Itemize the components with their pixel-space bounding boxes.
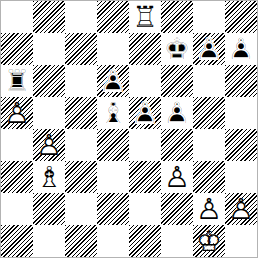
bishop-fill-glyph: ♝ [97, 97, 129, 129]
black-pawn-piece-d6: ♟♙ [97, 65, 129, 97]
square-h1[interactable] [225, 225, 257, 257]
square-d4[interactable] [97, 129, 129, 161]
pawn-fill-glyph: ♟ [1, 97, 33, 129]
square-g4[interactable] [193, 129, 225, 161]
king-outline-glyph: ♔ [193, 225, 225, 257]
square-g3[interactable] [193, 161, 225, 193]
pawn-fill-glyph: ♟ [193, 33, 225, 65]
square-c7[interactable] [65, 33, 97, 65]
square-d2[interactable] [97, 193, 129, 225]
square-e2[interactable] [129, 193, 161, 225]
square-d6[interactable]: ♟♙ [97, 65, 129, 97]
square-b1[interactable] [33, 225, 65, 257]
square-g6[interactable] [193, 65, 225, 97]
square-b6[interactable] [33, 65, 65, 97]
pawn-fill-glyph: ♟ [129, 97, 161, 129]
rook-fill-glyph: ♜ [1, 65, 33, 97]
rook-outline-glyph: ♖ [129, 1, 161, 33]
square-b7[interactable] [33, 33, 65, 65]
square-b2[interactable] [33, 193, 65, 225]
white-pawn-piece-b4: ♟♙ [33, 129, 65, 161]
square-a5[interactable]: ♟♙ [1, 97, 33, 129]
square-h7[interactable]: ♟♙ [225, 33, 257, 65]
square-c2[interactable] [65, 193, 97, 225]
square-g8[interactable] [193, 1, 225, 33]
pawn-outline-glyph: ♙ [129, 97, 161, 129]
square-h6[interactable] [225, 65, 257, 97]
pawn-fill-glyph: ♟ [193, 193, 225, 225]
square-f3[interactable]: ♟♙ [161, 161, 193, 193]
black-pawn-piece-f5: ♟♙ [161, 97, 193, 129]
black-rook-piece-a6: ♜♖ [1, 65, 33, 97]
white-king-piece-g1: ♚♔ [193, 225, 225, 257]
bishop-fill-glyph: ♝ [33, 161, 65, 193]
pawn-outline-glyph: ♙ [193, 33, 225, 65]
bishop-outline-glyph: ♗ [97, 97, 129, 129]
square-e6[interactable] [129, 65, 161, 97]
pawn-fill-glyph: ♟ [161, 97, 193, 129]
square-h4[interactable] [225, 129, 257, 161]
pawn-fill-glyph: ♟ [33, 129, 65, 161]
king-outline-glyph: ♔ [161, 33, 193, 65]
white-pawn-piece-f3: ♟♙ [161, 161, 193, 193]
square-c1[interactable] [65, 225, 97, 257]
bishop-outline-glyph: ♗ [33, 161, 65, 193]
square-f5[interactable]: ♟♙ [161, 97, 193, 129]
square-c5[interactable] [65, 97, 97, 129]
pawn-outline-glyph: ♙ [161, 161, 193, 193]
square-e7[interactable] [129, 33, 161, 65]
pawn-outline-glyph: ♙ [225, 33, 257, 65]
square-g7[interactable]: ♟♙ [193, 33, 225, 65]
black-king-piece-f7: ♚♔ [161, 33, 193, 65]
square-b5[interactable] [33, 97, 65, 129]
black-pawn-piece-h7: ♟♙ [225, 33, 257, 65]
white-pawn-piece-g2: ♟♙ [193, 193, 225, 225]
square-f2[interactable] [161, 193, 193, 225]
square-a6[interactable]: ♜♖ [1, 65, 33, 97]
square-d5[interactable]: ♝♗ [97, 97, 129, 129]
square-e4[interactable] [129, 129, 161, 161]
white-bishop-piece-b3: ♝♗ [33, 161, 65, 193]
square-d8[interactable] [97, 1, 129, 33]
square-c8[interactable] [65, 1, 97, 33]
square-f1[interactable] [161, 225, 193, 257]
white-rook-piece-e8: ♜♖ [129, 1, 161, 33]
square-h3[interactable] [225, 161, 257, 193]
square-a1[interactable] [1, 225, 33, 257]
black-pawn-piece-g7: ♟♙ [193, 33, 225, 65]
rook-outline-glyph: ♖ [1, 65, 33, 97]
square-c4[interactable] [65, 129, 97, 161]
pawn-fill-glyph: ♟ [225, 193, 257, 225]
pawn-outline-glyph: ♙ [225, 193, 257, 225]
square-e3[interactable] [129, 161, 161, 193]
white-pawn-piece-a5: ♟♙ [1, 97, 33, 129]
square-a7[interactable] [1, 33, 33, 65]
king-fill-glyph: ♚ [161, 33, 193, 65]
square-h8[interactable] [225, 1, 257, 33]
square-a3[interactable] [1, 161, 33, 193]
square-e5[interactable]: ♟♙ [129, 97, 161, 129]
square-f7[interactable]: ♚♔ [161, 33, 193, 65]
pawn-fill-glyph: ♟ [97, 65, 129, 97]
white-pawn-piece-h2: ♟♙ [225, 193, 257, 225]
square-b3[interactable]: ♝♗ [33, 161, 65, 193]
square-a8[interactable] [1, 1, 33, 33]
black-pawn-piece-e5: ♟♙ [129, 97, 161, 129]
square-g1[interactable]: ♚♔ [193, 225, 225, 257]
pawn-outline-glyph: ♙ [1, 97, 33, 129]
square-g5[interactable] [193, 97, 225, 129]
square-d3[interactable] [97, 161, 129, 193]
pawn-fill-glyph: ♟ [161, 161, 193, 193]
black-bishop-piece-d5: ♝♗ [97, 97, 129, 129]
square-h5[interactable] [225, 97, 257, 129]
chess-board: ♜♖♚♔♟♙♟♙♜♖♟♙♟♙♝♗♟♙♟♙♟♙♝♗♟♙♟♙♟♙♚♔ [1, 1, 257, 257]
king-fill-glyph: ♚ [193, 225, 225, 257]
square-g2[interactable]: ♟♙ [193, 193, 225, 225]
square-f8[interactable] [161, 1, 193, 33]
chess-board-frame: ♜♖♚♔♟♙♟♙♜♖♟♙♟♙♝♗♟♙♟♙♟♙♝♗♟♙♟♙♟♙♚♔ [0, 0, 258, 258]
square-f4[interactable] [161, 129, 193, 161]
square-f6[interactable] [161, 65, 193, 97]
square-a4[interactable] [1, 129, 33, 161]
pawn-outline-glyph: ♙ [97, 65, 129, 97]
pawn-outline-glyph: ♙ [161, 97, 193, 129]
square-c6[interactable] [65, 65, 97, 97]
square-h2[interactable]: ♟♙ [225, 193, 257, 225]
square-e1[interactable] [129, 225, 161, 257]
rook-fill-glyph: ♜ [129, 1, 161, 33]
square-d7[interactable] [97, 33, 129, 65]
square-d1[interactable] [97, 225, 129, 257]
square-b4[interactable]: ♟♙ [33, 129, 65, 161]
square-c3[interactable] [65, 161, 97, 193]
pawn-outline-glyph: ♙ [33, 129, 65, 161]
square-e8[interactable]: ♜♖ [129, 1, 161, 33]
pawn-fill-glyph: ♟ [225, 33, 257, 65]
pawn-outline-glyph: ♙ [193, 193, 225, 225]
square-a2[interactable] [1, 193, 33, 225]
square-b8[interactable] [33, 1, 65, 33]
